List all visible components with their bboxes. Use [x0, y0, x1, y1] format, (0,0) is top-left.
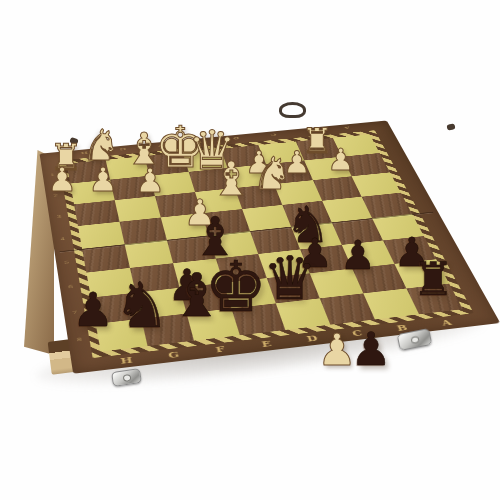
white-bishop-d3[interactable]: ♝	[210, 155, 252, 202]
black-pawn-b7[interactable]: ♟	[340, 235, 376, 275]
white-pawn-f2[interactable]: ♟	[135, 164, 165, 197]
front-latch-icon	[111, 368, 142, 387]
black-queen-d8[interactable]: ♛	[263, 248, 317, 308]
chess-set-photo: HGFEDCBA HGFEDCBA 12345678 ♜♞♝♚♜♟♛♟♟♞♟♟♟…	[0, 0, 500, 500]
carry-handle-icon	[279, 102, 306, 118]
captured-white-pawn[interactable]: ♟	[317, 328, 356, 372]
white-pawn-a2[interactable]: ♟	[328, 145, 355, 175]
black-rook-a8[interactable]: ♜	[412, 256, 453, 302]
rank-label-4: 4	[55, 227, 71, 251]
black-knight-g8[interactable]: ♞	[114, 274, 170, 337]
white-knight-c3[interactable]: ♞	[252, 151, 292, 196]
right-hook-icon	[446, 123, 455, 131]
rank-label-3: 3	[52, 205, 67, 228]
rank-label-5: 5	[59, 250, 75, 275]
black-pawn-h8[interactable]: ♟	[72, 286, 114, 333]
black-bishop-f8[interactable]: ♝	[170, 265, 224, 325]
white-pawn-h2[interactable]: ♟	[47, 163, 77, 196]
white-pawn-g2[interactable]: ♟	[88, 163, 118, 196]
